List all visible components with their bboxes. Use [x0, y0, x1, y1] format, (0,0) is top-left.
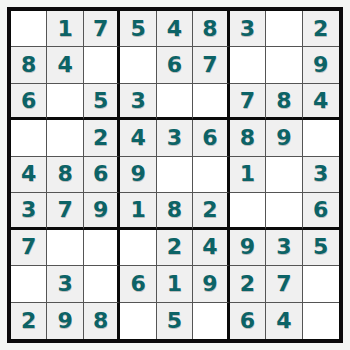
cell-r8c3[interactable]	[84, 266, 120, 302]
cell-r1c2[interactable]: 1	[47, 11, 83, 47]
cell-r2c1[interactable]: 8	[11, 47, 47, 83]
cell-r9c8[interactable]: 4	[266, 303, 302, 339]
cell-r3c7[interactable]: 7	[230, 84, 266, 120]
cell-r3c4[interactable]: 3	[120, 84, 156, 120]
cell-r1c9[interactable]: 2	[303, 11, 339, 47]
cell-r3c8[interactable]: 8	[266, 84, 302, 120]
cell-r8c4[interactable]: 6	[120, 266, 156, 302]
cell-r7c8[interactable]: 3	[266, 230, 302, 266]
cell-r8c2[interactable]: 3	[47, 266, 83, 302]
cell-r1c6[interactable]: 8	[193, 11, 229, 47]
cell-r9c5[interactable]: 5	[157, 303, 193, 339]
cell-r9c9[interactable]	[303, 303, 339, 339]
cell-r2c7[interactable]	[230, 47, 266, 83]
cell-r4c9[interactable]	[303, 120, 339, 156]
cell-r7c1[interactable]: 7	[11, 230, 47, 266]
cell-r2c8[interactable]	[266, 47, 302, 83]
cell-r4c1[interactable]	[11, 120, 47, 156]
cell-r7c5[interactable]: 2	[157, 230, 193, 266]
cell-r6c3[interactable]: 9	[84, 193, 120, 229]
cell-r3c1[interactable]: 6	[11, 84, 47, 120]
cell-r7c7[interactable]: 9	[230, 230, 266, 266]
cell-r3c5[interactable]	[157, 84, 193, 120]
cell-r4c5[interactable]: 3	[157, 120, 193, 156]
cell-r2c4[interactable]	[120, 47, 156, 83]
cell-r8c8[interactable]: 7	[266, 266, 302, 302]
cell-r5c7[interactable]: 1	[230, 157, 266, 193]
cell-r9c6[interactable]	[193, 303, 229, 339]
cell-r1c3[interactable]: 7	[84, 11, 120, 47]
cell-r5c3[interactable]: 6	[84, 157, 120, 193]
cell-r9c2[interactable]: 9	[47, 303, 83, 339]
cell-r5c6[interactable]	[193, 157, 229, 193]
cell-r4c6[interactable]: 6	[193, 120, 229, 156]
cell-r6c4[interactable]: 1	[120, 193, 156, 229]
cell-r4c3[interactable]: 2	[84, 120, 120, 156]
sudoku-board: 1754832846796537842436894869133791826724…	[7, 7, 343, 343]
cell-r4c2[interactable]	[47, 120, 83, 156]
cell-r1c4[interactable]: 5	[120, 11, 156, 47]
cell-r7c3[interactable]	[84, 230, 120, 266]
cell-r8c7[interactable]: 2	[230, 266, 266, 302]
cell-r5c4[interactable]: 9	[120, 157, 156, 193]
cell-r5c1[interactable]: 4	[11, 157, 47, 193]
cell-r7c4[interactable]	[120, 230, 156, 266]
cell-r4c8[interactable]: 9	[266, 120, 302, 156]
cell-r3c9[interactable]: 4	[303, 84, 339, 120]
cell-r6c7[interactable]	[230, 193, 266, 229]
cell-r7c6[interactable]: 4	[193, 230, 229, 266]
cell-r1c5[interactable]: 4	[157, 11, 193, 47]
cell-r2c9[interactable]: 9	[303, 47, 339, 83]
cell-r8c6[interactable]: 9	[193, 266, 229, 302]
cell-r5c8[interactable]	[266, 157, 302, 193]
cell-r2c5[interactable]: 6	[157, 47, 193, 83]
cell-r7c9[interactable]: 5	[303, 230, 339, 266]
cell-r2c6[interactable]: 7	[193, 47, 229, 83]
cell-r8c5[interactable]: 1	[157, 266, 193, 302]
cell-r9c4[interactable]	[120, 303, 156, 339]
cell-r9c7[interactable]: 6	[230, 303, 266, 339]
cell-r1c7[interactable]: 3	[230, 11, 266, 47]
cell-r3c6[interactable]	[193, 84, 229, 120]
cell-r6c8[interactable]	[266, 193, 302, 229]
cell-r6c6[interactable]: 2	[193, 193, 229, 229]
cell-r2c3[interactable]	[84, 47, 120, 83]
cell-r8c9[interactable]	[303, 266, 339, 302]
cell-r6c2[interactable]: 7	[47, 193, 83, 229]
cell-r4c7[interactable]: 8	[230, 120, 266, 156]
cell-r5c2[interactable]: 8	[47, 157, 83, 193]
cell-r5c5[interactable]	[157, 157, 193, 193]
cell-r6c5[interactable]: 8	[157, 193, 193, 229]
cell-r4c4[interactable]: 4	[120, 120, 156, 156]
cell-r6c1[interactable]: 3	[11, 193, 47, 229]
cell-r3c2[interactable]	[47, 84, 83, 120]
cell-r7c2[interactable]	[47, 230, 83, 266]
cell-r5c9[interactable]: 3	[303, 157, 339, 193]
cell-r8c1[interactable]	[11, 266, 47, 302]
cell-r1c8[interactable]	[266, 11, 302, 47]
cell-r1c1[interactable]	[11, 11, 47, 47]
cell-r3c3[interactable]: 5	[84, 84, 120, 120]
cell-r9c1[interactable]: 2	[11, 303, 47, 339]
cell-r9c3[interactable]: 8	[84, 303, 120, 339]
cell-r2c2[interactable]: 4	[47, 47, 83, 83]
cell-r6c9[interactable]: 6	[303, 193, 339, 229]
